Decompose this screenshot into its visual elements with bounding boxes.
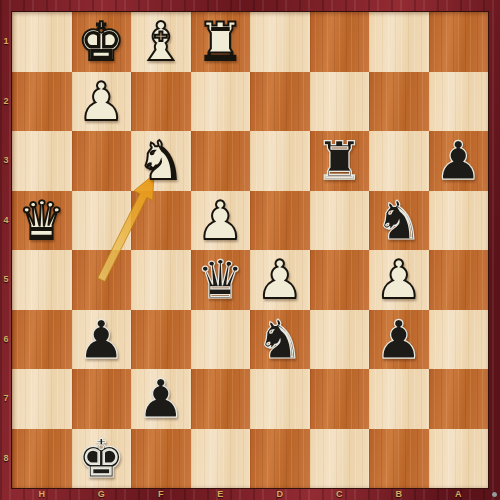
square-h6[interactable]: [12, 310, 72, 370]
piece-black-knight-b4[interactable]: ♞: [369, 191, 429, 251]
square-g5[interactable]: [72, 250, 132, 310]
square-c4[interactable]: [310, 191, 370, 251]
square-e3[interactable]: [191, 131, 251, 191]
square-f4[interactable]: [131, 191, 191, 251]
square-a5[interactable]: [429, 250, 489, 310]
square-d1[interactable]: [250, 12, 310, 72]
square-c6[interactable]: [310, 310, 370, 370]
square-c8[interactable]: [310, 429, 370, 489]
square-b8[interactable]: [369, 429, 429, 489]
square-a4[interactable]: [429, 191, 489, 251]
piece-black-pawn-f7[interactable]: ♟: [131, 369, 191, 429]
square-b7[interactable]: [369, 369, 429, 429]
square-a1[interactable]: [429, 12, 489, 72]
square-g3[interactable]: [72, 131, 132, 191]
file-label-h: H: [12, 488, 72, 500]
square-e8[interactable]: [191, 429, 251, 489]
piece-black-queen-e5[interactable]: ♛: [191, 250, 251, 310]
rank-label-2: 2: [0, 72, 12, 132]
square-d3[interactable]: [250, 131, 310, 191]
square-c7[interactable]: [310, 369, 370, 429]
piece-black-pawn-g6[interactable]: ♟: [72, 310, 132, 370]
file-label-f: F: [131, 488, 191, 500]
file-label-g: G: [72, 488, 132, 500]
rank-label-1: 1: [0, 12, 12, 72]
square-d2[interactable]: [250, 72, 310, 132]
square-a8[interactable]: [429, 429, 489, 489]
square-c1[interactable]: [310, 12, 370, 72]
piece-white-queen-h4[interactable]: ♛: [12, 191, 72, 251]
piece-white-pawn-e4[interactable]: ♟: [191, 191, 251, 251]
piece-black-knight-d6[interactable]: ♞: [250, 310, 310, 370]
piece-white-knight-f3[interactable]: ♞: [131, 131, 191, 191]
piece-black-pawn-b6[interactable]: ♟: [369, 310, 429, 370]
square-f5[interactable]: [131, 250, 191, 310]
square-h3[interactable]: [12, 131, 72, 191]
square-c2[interactable]: [310, 72, 370, 132]
square-d4[interactable]: [250, 191, 310, 251]
piece-black-pawn-a3[interactable]: ♟: [429, 131, 489, 191]
square-g7[interactable]: [72, 369, 132, 429]
square-b1[interactable]: [369, 12, 429, 72]
square-d8[interactable]: [250, 429, 310, 489]
piece-black-king-g8[interactable]: ♚: [72, 429, 132, 489]
square-f2[interactable]: [131, 72, 191, 132]
square-h8[interactable]: [12, 429, 72, 489]
rank-label-6: 6: [0, 310, 12, 370]
square-c5[interactable]: [310, 250, 370, 310]
square-h7[interactable]: [12, 369, 72, 429]
square-d7[interactable]: [250, 369, 310, 429]
square-e6[interactable]: [191, 310, 251, 370]
square-f6[interactable]: [131, 310, 191, 370]
square-h5[interactable]: [12, 250, 72, 310]
rank-label-8: 8: [0, 429, 12, 489]
square-e2[interactable]: [191, 72, 251, 132]
square-f8[interactable]: [131, 429, 191, 489]
file-label-c: C: [310, 488, 370, 500]
rank-label-7: 7: [0, 369, 12, 429]
file-label-a: A: [429, 488, 489, 500]
rank-label-3: 3: [0, 131, 12, 191]
piece-white-pawn-g2[interactable]: ♟: [72, 72, 132, 132]
chess-board: ♚♝♜♟♞♜♟♛♟♞♟♟♛♟♞♟♟♚: [12, 12, 488, 488]
square-a7[interactable]: [429, 369, 489, 429]
square-h2[interactable]: [12, 72, 72, 132]
file-label-e: E: [191, 488, 251, 500]
piece-white-pawn-d5[interactable]: ♟: [250, 250, 310, 310]
file-label-b: B: [369, 488, 429, 500]
resize-handle-dot[interactable]: [492, 492, 497, 497]
square-a2[interactable]: [429, 72, 489, 132]
piece-white-bishop-f1[interactable]: ♝: [131, 12, 191, 72]
board-frame: ♚♝♜♟♞♜♟♛♟♞♟♟♛♟♞♟♟♚ 12345678HGFEDCBA: [0, 0, 500, 500]
file-label-d: D: [250, 488, 310, 500]
piece-white-rook-e1[interactable]: ♜: [191, 12, 251, 72]
piece-black-rook-c3[interactable]: ♜: [310, 131, 370, 191]
rank-label-4: 4: [0, 191, 12, 251]
piece-white-king-g1[interactable]: ♚: [72, 12, 132, 72]
square-b2[interactable]: [369, 72, 429, 132]
square-b3[interactable]: [369, 131, 429, 191]
square-h1[interactable]: [12, 12, 72, 72]
rank-label-5: 5: [0, 250, 12, 310]
square-g4[interactable]: [72, 191, 132, 251]
piece-white-pawn-b5[interactable]: ♟: [369, 250, 429, 310]
square-e7[interactable]: [191, 369, 251, 429]
square-a6[interactable]: [429, 310, 489, 370]
